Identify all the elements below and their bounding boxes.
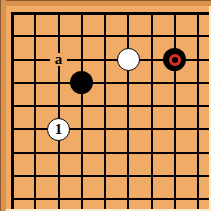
grid-line-vertical (58, 12, 60, 210)
white-stone-numbered: 1 (47, 118, 70, 141)
grid-line-horizontal (11, 128, 210, 130)
black-stone-circled (163, 48, 186, 71)
grid-line-horizontal (11, 175, 210, 177)
grid-line-horizontal (11, 35, 210, 37)
grid-line-vertical (174, 12, 176, 210)
grid-line-vertical (11, 12, 14, 210)
grid-line-vertical (151, 12, 153, 210)
grid-line-horizontal (11, 82, 210, 84)
go-board: a1 (6, 6, 209, 209)
stone-number: 1 (55, 121, 63, 136)
board-frame-top (0, 0, 211, 6)
white-stone (117, 48, 140, 71)
grid-line-vertical (104, 12, 106, 210)
grid-line-vertical (127, 12, 129, 210)
point-label-a: a (50, 53, 67, 66)
grid-line-horizontal (11, 105, 210, 107)
circle-marker-icon (169, 54, 181, 66)
grid-line-vertical (81, 12, 83, 210)
board-frame-left (0, 0, 6, 211)
grid-line-horizontal (11, 152, 210, 154)
grid-line-horizontal (11, 12, 210, 15)
grid-line-horizontal (11, 198, 210, 200)
go-diagram: a1 (0, 0, 211, 211)
grid-line-vertical (197, 12, 199, 210)
grid-line-vertical (34, 12, 36, 210)
black-stone (70, 71, 93, 94)
